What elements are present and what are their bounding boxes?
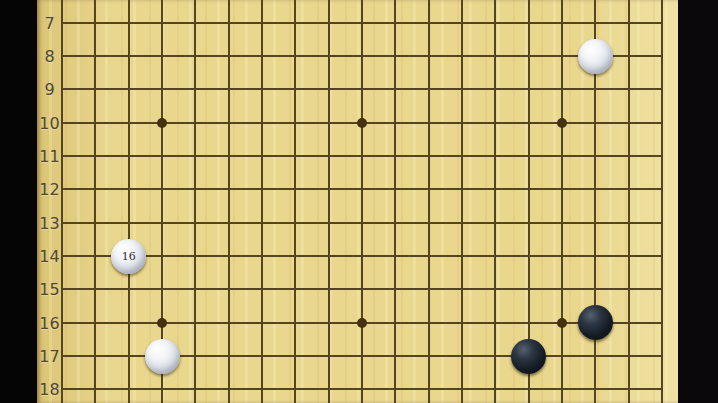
star-point bbox=[357, 118, 367, 128]
grid-line-horizontal bbox=[61, 388, 663, 390]
grid-line-vertical bbox=[261, 0, 263, 403]
grid-line-vertical bbox=[661, 0, 663, 403]
row-label-15: 15 bbox=[37, 281, 62, 299]
star-point bbox=[557, 118, 567, 128]
star-point bbox=[557, 318, 567, 328]
row-label-18: 18 bbox=[37, 381, 62, 399]
stone-black[interactable] bbox=[511, 339, 546, 374]
stone-white[interactable]: 16 bbox=[111, 239, 146, 274]
grid-line-horizontal bbox=[61, 188, 663, 190]
grid-line-horizontal bbox=[61, 88, 663, 90]
grid-line-vertical bbox=[461, 0, 463, 403]
star-point bbox=[157, 118, 167, 128]
row-label-10: 10 bbox=[37, 115, 62, 133]
row-label-17: 17 bbox=[37, 348, 62, 366]
grid-line-vertical bbox=[628, 0, 630, 403]
row-label-12: 12 bbox=[37, 181, 62, 199]
stone-white[interactable] bbox=[145, 339, 180, 374]
row-label-13: 13 bbox=[37, 215, 62, 233]
grid-line-horizontal bbox=[61, 22, 663, 24]
star-point bbox=[357, 318, 367, 328]
grid-line-horizontal bbox=[61, 255, 663, 257]
grid-line-horizontal bbox=[61, 222, 663, 224]
grid-line-vertical bbox=[294, 0, 296, 403]
grid-line-vertical bbox=[394, 0, 396, 403]
move-number-label: 16 bbox=[111, 239, 146, 274]
row-label-8: 8 bbox=[37, 48, 62, 66]
grid-line-vertical bbox=[561, 0, 563, 403]
go-board[interactable]: 6789101112131415161718 16 bbox=[37, 0, 678, 403]
grid-line-vertical bbox=[194, 0, 196, 403]
grid-line-vertical bbox=[128, 0, 130, 403]
grid-line-vertical bbox=[228, 0, 230, 403]
row-label-14: 14 bbox=[37, 248, 62, 266]
row-label-16: 16 bbox=[37, 315, 62, 333]
grid-line-vertical bbox=[494, 0, 496, 403]
grid-line-horizontal bbox=[61, 155, 663, 157]
stone-white[interactable] bbox=[578, 39, 613, 74]
row-label-7: 7 bbox=[37, 15, 62, 33]
go-app-screenshot: 6789101112131415161718 16 bbox=[0, 0, 718, 403]
grid-line-vertical bbox=[428, 0, 430, 403]
star-point bbox=[157, 318, 167, 328]
grid-line-horizontal bbox=[61, 55, 663, 57]
grid-line-horizontal bbox=[61, 288, 663, 290]
stone-black[interactable] bbox=[578, 305, 613, 340]
row-label-9: 9 bbox=[37, 81, 62, 99]
grid-line-vertical bbox=[328, 0, 330, 403]
grid-line-vertical bbox=[361, 0, 363, 403]
row-label-11: 11 bbox=[37, 148, 62, 166]
grid-line-vertical bbox=[94, 0, 96, 403]
